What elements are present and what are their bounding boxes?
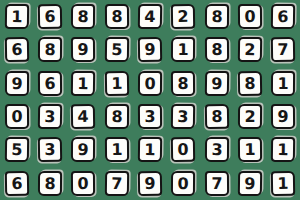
- number-tile-r1c6[interactable]: 2: [171, 4, 195, 29]
- number-tile-r4c9[interactable]: 9: [271, 104, 295, 129]
- number-tile-r3c3[interactable]: 1: [71, 71, 95, 96]
- number-tile-r6c8[interactable]: 9: [238, 171, 262, 196]
- number-grid-board: 1688428066895918279611089810348338295391…: [0, 0, 300, 200]
- number-tile-r5c1[interactable]: 5: [4, 137, 28, 162]
- number-tile-r6c9[interactable]: 1: [271, 171, 295, 196]
- number-tile-r3c2[interactable]: 6: [38, 71, 62, 96]
- number-tile-r4c7[interactable]: 8: [204, 104, 228, 129]
- number-tile-r6c4[interactable]: 7: [104, 171, 128, 196]
- number-tile-r4c2[interactable]: 3: [38, 104, 62, 129]
- number-tile-r3c1[interactable]: 9: [5, 71, 29, 96]
- number-tile-r2c8[interactable]: 2: [238, 37, 262, 62]
- number-tile-r5c8[interactable]: 1: [238, 137, 262, 162]
- number-tile-r6c1[interactable]: 6: [4, 171, 28, 196]
- number-tile-r2c6[interactable]: 1: [171, 37, 195, 62]
- number-tile-r4c4[interactable]: 8: [105, 104, 129, 129]
- number-tile-r4c5[interactable]: 3: [138, 104, 162, 129]
- number-tile-r1c8[interactable]: 0: [238, 4, 262, 29]
- number-tile-r3c6[interactable]: 8: [171, 71, 195, 96]
- number-tile-r1c3[interactable]: 8: [71, 4, 95, 29]
- number-tile-r6c2[interactable]: 8: [38, 171, 62, 196]
- number-tile-r1c9[interactable]: 6: [271, 4, 295, 29]
- number-tile-r3c9[interactable]: 1: [271, 71, 295, 96]
- number-tile-r2c1[interactable]: 6: [4, 37, 28, 62]
- number-tile-r3c8[interactable]: 8: [238, 71, 262, 96]
- number-tile-r1c2[interactable]: 6: [38, 4, 62, 29]
- number-tile-r5c3[interactable]: 9: [71, 137, 95, 162]
- number-tile-r2c7[interactable]: 8: [205, 37, 229, 62]
- number-tile-r6c3[interactable]: 0: [71, 171, 95, 196]
- number-tile-r6c5[interactable]: 9: [138, 171, 162, 196]
- number-tile-r5c2[interactable]: 3: [38, 137, 62, 162]
- number-tile-r4c6[interactable]: 3: [171, 104, 195, 129]
- number-tile-r4c8[interactable]: 2: [238, 104, 262, 129]
- number-tile-r3c4[interactable]: 1: [104, 71, 128, 96]
- number-tile-r1c1[interactable]: 1: [4, 4, 28, 29]
- number-tile-r4c3[interactable]: 4: [71, 104, 95, 129]
- number-tile-r2c5[interactable]: 9: [138, 37, 162, 62]
- number-tile-r2c3[interactable]: 9: [71, 37, 95, 62]
- number-tile-r6c6[interactable]: 0: [171, 171, 195, 196]
- number-tile-r1c4[interactable]: 8: [105, 4, 129, 29]
- number-tile-r5c9[interactable]: 1: [271, 137, 295, 162]
- number-tile-r3c5[interactable]: 0: [138, 71, 162, 96]
- number-tile-r3c7[interactable]: 9: [204, 71, 228, 96]
- number-tile-r5c5[interactable]: 1: [138, 137, 162, 162]
- number-tile-r6c7[interactable]: 7: [205, 171, 229, 196]
- number-tile-r5c4[interactable]: 1: [105, 137, 129, 162]
- number-tile-r4c1[interactable]: 0: [5, 104, 29, 129]
- number-tile-r2c2[interactable]: 8: [38, 37, 62, 62]
- number-tile-r2c4[interactable]: 5: [104, 37, 128, 62]
- number-tile-r2c9[interactable]: 7: [271, 37, 295, 62]
- number-tile-r1c7[interactable]: 8: [205, 4, 229, 29]
- number-tile-r5c6[interactable]: 0: [171, 137, 195, 162]
- number-tile-r1c5[interactable]: 4: [138, 4, 162, 29]
- number-tile-r5c7[interactable]: 3: [205, 137, 229, 162]
